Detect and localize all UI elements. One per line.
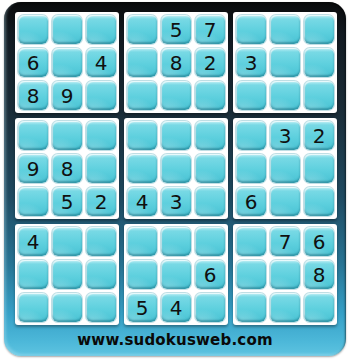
cell-r2c9[interactable]	[304, 48, 334, 77]
site-url: www.sudokusweb.com	[4, 331, 346, 349]
box-1-3: 3	[233, 12, 337, 113]
cell-r7c9[interactable]: 6	[304, 227, 334, 256]
cell-r9c5[interactable]: 4	[161, 293, 191, 322]
cell-r7c7[interactable]	[236, 227, 266, 256]
cell-r9c4[interactable]: 5	[127, 293, 157, 322]
cell-r1c3[interactable]	[86, 15, 116, 44]
cell-r6c7[interactable]: 6	[236, 187, 266, 216]
cell-r3c6[interactable]	[195, 81, 225, 110]
sudoku-board: 6489578239852433264654768	[15, 12, 337, 325]
cell-r6c1[interactable]	[18, 187, 48, 216]
cell-r7c2[interactable]	[52, 227, 82, 256]
cell-r8c2[interactable]	[52, 260, 82, 289]
cell-r5c3[interactable]	[86, 154, 116, 183]
cell-r1c1[interactable]	[18, 15, 48, 44]
cell-r2c1[interactable]: 6	[18, 48, 48, 77]
cell-r2c2[interactable]	[52, 48, 82, 77]
cell-r5c4[interactable]	[127, 154, 157, 183]
cell-r3c9[interactable]	[304, 81, 334, 110]
cell-r9c6[interactable]	[195, 293, 225, 322]
cell-r2c3[interactable]: 4	[86, 48, 116, 77]
cell-r3c2[interactable]: 9	[52, 81, 82, 110]
cell-r5c6[interactable]	[195, 154, 225, 183]
cell-r4c2[interactable]	[52, 121, 82, 150]
cell-r8c5[interactable]	[161, 260, 191, 289]
cell-r3c4[interactable]	[127, 81, 157, 110]
cell-r4c1[interactable]	[18, 121, 48, 150]
cell-r8c9[interactable]: 8	[304, 260, 334, 289]
cell-r3c7[interactable]	[236, 81, 266, 110]
cell-r9c8[interactable]	[270, 293, 300, 322]
box-3-2: 654	[124, 224, 228, 325]
cell-r6c4[interactable]: 4	[127, 187, 157, 216]
cell-r8c4[interactable]	[127, 260, 157, 289]
cell-r7c6[interactable]	[195, 227, 225, 256]
cell-r6c3[interactable]: 2	[86, 187, 116, 216]
cell-r2c8[interactable]	[270, 48, 300, 77]
cell-r5c9[interactable]	[304, 154, 334, 183]
cell-r4c5[interactable]	[161, 121, 191, 150]
cell-r1c2[interactable]	[52, 15, 82, 44]
cell-r6c9[interactable]	[304, 187, 334, 216]
cell-r1c5[interactable]: 5	[161, 15, 191, 44]
cell-r5c2[interactable]: 8	[52, 154, 82, 183]
box-2-2: 43	[124, 118, 228, 219]
cell-r8c1[interactable]	[18, 260, 48, 289]
box-1-1: 6489	[15, 12, 119, 113]
cell-r7c3[interactable]	[86, 227, 116, 256]
cell-r6c5[interactable]: 3	[161, 187, 191, 216]
cell-r3c8[interactable]	[270, 81, 300, 110]
box-2-1: 9852	[15, 118, 119, 219]
box-1-2: 5782	[124, 12, 228, 113]
cell-r7c5[interactable]	[161, 227, 191, 256]
cell-r4c7[interactable]	[236, 121, 266, 150]
cell-r6c8[interactable]	[270, 187, 300, 216]
cell-r5c7[interactable]	[236, 154, 266, 183]
cell-r9c7[interactable]	[236, 293, 266, 322]
cell-r2c4[interactable]	[127, 48, 157, 77]
cell-r5c1[interactable]: 9	[18, 154, 48, 183]
cell-r5c8[interactable]	[270, 154, 300, 183]
cell-r2c6[interactable]: 2	[195, 48, 225, 77]
cell-r1c9[interactable]	[304, 15, 334, 44]
cell-r8c7[interactable]	[236, 260, 266, 289]
cell-r4c6[interactable]	[195, 121, 225, 150]
cell-r4c8[interactable]: 3	[270, 121, 300, 150]
box-3-3: 768	[233, 224, 337, 325]
cell-r1c7[interactable]	[236, 15, 266, 44]
cell-r4c4[interactable]	[127, 121, 157, 150]
cell-r9c2[interactable]	[52, 293, 82, 322]
cell-r3c1[interactable]: 8	[18, 81, 48, 110]
cell-r8c8[interactable]	[270, 260, 300, 289]
cell-r7c8[interactable]: 7	[270, 227, 300, 256]
cell-r9c1[interactable]	[18, 293, 48, 322]
cell-r1c6[interactable]: 7	[195, 15, 225, 44]
cell-r7c1[interactable]: 4	[18, 227, 48, 256]
cell-r8c6[interactable]: 6	[195, 260, 225, 289]
cell-r6c2[interactable]: 5	[52, 187, 82, 216]
cell-r3c5[interactable]	[161, 81, 191, 110]
box-3-1: 4	[15, 224, 119, 325]
cell-r6c6[interactable]	[195, 187, 225, 216]
cell-r2c7[interactable]: 3	[236, 48, 266, 77]
cell-r2c5[interactable]: 8	[161, 48, 191, 77]
box-2-3: 326	[233, 118, 337, 219]
cell-r1c8[interactable]	[270, 15, 300, 44]
cell-r5c5[interactable]	[161, 154, 191, 183]
cell-r3c3[interactable]	[86, 81, 116, 110]
cell-r9c3[interactable]	[86, 293, 116, 322]
cell-r8c3[interactable]	[86, 260, 116, 289]
cell-r4c9[interactable]: 2	[304, 121, 334, 150]
cell-r4c3[interactable]	[86, 121, 116, 150]
cell-r7c4[interactable]	[127, 227, 157, 256]
cell-r9c9[interactable]	[304, 293, 334, 322]
sudoku-frame: 6489578239852433264654768 www.sudokusweb…	[4, 2, 346, 356]
cell-r1c4[interactable]	[127, 15, 157, 44]
